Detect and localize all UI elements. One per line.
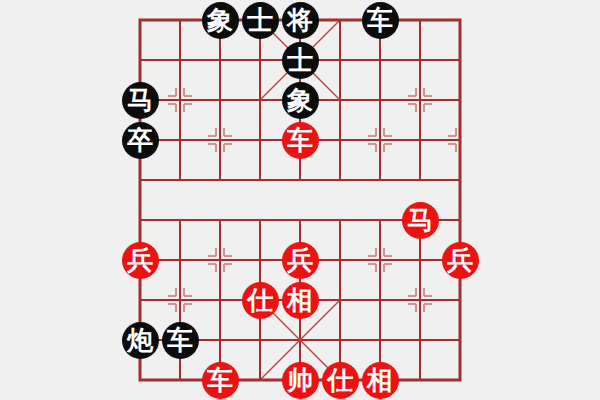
piece-black-chariot[interactable]: 车 — [362, 2, 399, 39]
piece-red-horse[interactable]: 马 — [402, 202, 439, 239]
board[interactable]: 象士将车士马象卒炮车车马兵兵兵仕相车帅仕相 — [120, 0, 480, 400]
piece-red-advisor[interactable]: 仕 — [322, 362, 359, 399]
piece-red-general[interactable]: 帅 — [282, 362, 319, 399]
piece-black-elephant[interactable]: 象 — [202, 2, 239, 39]
piece-black-soldier[interactable]: 卒 — [122, 122, 159, 159]
piece-black-general[interactable]: 将 — [282, 2, 319, 39]
piece-red-chariot[interactable]: 车 — [202, 362, 239, 399]
piece-red-soldier[interactable]: 兵 — [442, 242, 479, 279]
piece-red-chariot[interactable]: 车 — [282, 122, 319, 159]
xiangqi-board-area: 象士将车士马象卒炮车车马兵兵兵仕相车帅仕相 — [0, 0, 600, 400]
piece-red-advisor[interactable]: 仕 — [242, 282, 279, 319]
piece-red-soldier[interactable]: 兵 — [122, 242, 159, 279]
piece-black-horse[interactable]: 马 — [122, 82, 159, 119]
piece-black-advisor[interactable]: 士 — [242, 2, 279, 39]
piece-black-advisor[interactable]: 士 — [282, 42, 319, 79]
piece-black-elephant[interactable]: 象 — [282, 82, 319, 119]
piece-red-elephant[interactable]: 相 — [362, 362, 399, 399]
piece-black-cannon[interactable]: 炮 — [122, 322, 159, 359]
piece-red-elephant[interactable]: 相 — [282, 282, 319, 319]
piece-red-soldier[interactable]: 兵 — [282, 242, 319, 279]
piece-black-chariot[interactable]: 车 — [162, 322, 199, 359]
